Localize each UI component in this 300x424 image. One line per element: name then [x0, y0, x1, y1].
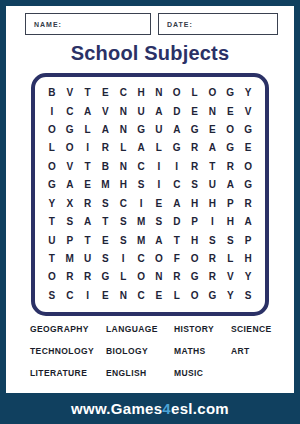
grid-cell-r1c7[interactable]: N: [150, 84, 168, 102]
grid-cell-r3c10[interactable]: E: [204, 121, 222, 139]
grid-cell-r12c4[interactable]: E: [97, 287, 115, 305]
grid-cell-r4c9[interactable]: R: [186, 139, 204, 157]
grid-cell-r7c8[interactable]: A: [168, 194, 186, 212]
grid-cell-r3c11[interactable]: O: [221, 121, 239, 139]
grid-cell-r12c12[interactable]: S: [239, 287, 257, 305]
grid-cell-r4c11[interactable]: G: [221, 139, 239, 157]
word-geography: GEOGRAPHY: [30, 324, 106, 334]
grid-cell-r8c9[interactable]: P: [186, 213, 204, 231]
grid-cell-r9c3[interactable]: T: [79, 231, 97, 249]
word-search-board: BVTECHNOLOGYICAVNUADENEVOGLANGUAGEOGLOIR…: [31, 73, 269, 316]
grid-cell-r4c10[interactable]: A: [204, 139, 222, 157]
word-biology: BIOLOGY: [106, 346, 174, 356]
grid-cell-r12c8[interactable]: L: [168, 287, 186, 305]
grid-cell-r6c6[interactable]: S: [132, 176, 150, 194]
word-bank: GEOGRAPHYLANGUAGEHISTORYSCIENCETECHNOLOG…: [30, 324, 274, 378]
grid-cell-r5c11[interactable]: R: [221, 158, 239, 176]
grid-cell-r5c2[interactable]: V: [61, 158, 79, 176]
grid-cell-r2c9[interactable]: E: [186, 102, 204, 120]
grid-cell-r8c11[interactable]: H: [221, 213, 239, 231]
grid-cell-r1c1[interactable]: B: [43, 84, 61, 102]
grid-cell-r4c3[interactable]: I: [79, 139, 97, 157]
grid-cell-r7c4[interactable]: S: [97, 194, 115, 212]
grid-cell-r4c2[interactable]: O: [61, 139, 79, 157]
grid-cell-r10c9[interactable]: O: [186, 250, 204, 268]
grid-cell-r10c5[interactable]: I: [114, 250, 132, 268]
grid-cell-r7c9[interactable]: H: [186, 194, 204, 212]
grid-cell-r7c2[interactable]: X: [61, 194, 79, 212]
grid-cell-r11c4[interactable]: G: [97, 268, 115, 286]
grid-cell-r3c1[interactable]: O: [43, 121, 61, 139]
grid-cell-r5c9[interactable]: R: [186, 158, 204, 176]
grid-cell-r1c9[interactable]: L: [186, 84, 204, 102]
grid-cell-r11c11[interactable]: V: [221, 268, 239, 286]
header-fields: NAME: DATE:: [25, 13, 278, 35]
grid-cell-r9c10[interactable]: S: [204, 231, 222, 249]
grid-cell-r11c9[interactable]: G: [186, 268, 204, 286]
grid-cell-r8c1[interactable]: T: [43, 213, 61, 231]
grid-cell-r3c7[interactable]: U: [150, 121, 168, 139]
grid-cell-r8c7[interactable]: S: [150, 213, 168, 231]
grid-cell-r12c1[interactable]: S: [43, 287, 61, 305]
grid-cell-r9c9[interactable]: H: [186, 231, 204, 249]
grid-cell-r12c6[interactable]: C: [132, 287, 150, 305]
page-title: School Subjects: [0, 42, 300, 65]
grid-cell-r2c12[interactable]: V: [239, 102, 257, 120]
grid-cell-r6c8[interactable]: C: [168, 176, 186, 194]
word-art: ART: [231, 346, 274, 356]
word-language: LANGUAGE: [106, 324, 174, 334]
grid-cell-r9c6[interactable]: M: [132, 231, 150, 249]
grid-cell-r9c7[interactable]: A: [150, 231, 168, 249]
grid-cell-r9c11[interactable]: S: [221, 231, 239, 249]
grid-cell-r4c8[interactable]: G: [168, 139, 186, 157]
footer-url-suffix: esl.com: [171, 400, 229, 417]
grid-cell-r8c6[interactable]: M: [132, 213, 150, 231]
grid-cell-r5c5[interactable]: N: [114, 158, 132, 176]
grid-cell-r2c8[interactable]: D: [168, 102, 186, 120]
grid-cell-r6c10[interactable]: U: [204, 176, 222, 194]
grid-cell-r1c6[interactable]: H: [132, 84, 150, 102]
grid-cell-r10c2[interactable]: M: [61, 250, 79, 268]
word-technology: TECHNOLOGY: [30, 346, 106, 356]
grid-cell-r1c12[interactable]: Y: [239, 84, 257, 102]
grid-cell-r12c7[interactable]: E: [150, 287, 168, 305]
grid-cell-r11c10[interactable]: R: [204, 268, 222, 286]
grid-cell-r5c1[interactable]: O: [43, 158, 61, 176]
grid-cell-r3c5[interactable]: N: [114, 121, 132, 139]
grid-cell-r8c8[interactable]: D: [168, 213, 186, 231]
grid-cell-r8c2[interactable]: S: [61, 213, 79, 231]
grid-cell-r9c5[interactable]: S: [114, 231, 132, 249]
grid-cell-r2c2[interactable]: C: [61, 102, 79, 120]
grid-cell-r12c5[interactable]: N: [114, 287, 132, 305]
word-science: SCIENCE: [231, 324, 274, 334]
date-field[interactable]: DATE:: [158, 13, 278, 35]
grid-cell-r6c12[interactable]: G: [239, 176, 257, 194]
word-english: ENGLISH: [106, 368, 174, 378]
grid-cell-r4c4[interactable]: R: [97, 139, 115, 157]
grid-cell-r5c8[interactable]: I: [168, 158, 186, 176]
grid-cell-r5c3[interactable]: T: [79, 158, 97, 176]
grid-cell-r10c3[interactable]: U: [79, 250, 97, 268]
grid-cell-r2c3[interactable]: A: [79, 102, 97, 120]
grid-cell-r6c9[interactable]: S: [186, 176, 204, 194]
word-maths: MATHS: [174, 346, 231, 356]
grid-cell-r8c5[interactable]: S: [114, 213, 132, 231]
grid-cell-r7c1[interactable]: Y: [43, 194, 61, 212]
grid-cell-r2c7[interactable]: A: [150, 102, 168, 120]
grid-cell-r2c6[interactable]: U: [132, 102, 150, 120]
word-music: MUSIC: [174, 368, 231, 378]
grid-cell-r2c4[interactable]: V: [97, 102, 115, 120]
grid-cell-r5c7[interactable]: I: [150, 158, 168, 176]
grid-cell-r1c8[interactable]: O: [168, 84, 186, 102]
grid-cell-r12c2[interactable]: C: [61, 287, 79, 305]
grid-cell-r9c2[interactable]: P: [61, 231, 79, 249]
grid-cell-r9c1[interactable]: U: [43, 231, 61, 249]
grid-cell-r1c2[interactable]: V: [61, 84, 79, 102]
grid-cell-r1c5[interactable]: C: [114, 84, 132, 102]
grid-cell-r3c12[interactable]: G: [239, 121, 257, 139]
grid-cell-r3c2[interactable]: G: [61, 121, 79, 139]
grid-cell-r4c7[interactable]: L: [150, 139, 168, 157]
grid-cell-r6c5[interactable]: H: [114, 176, 132, 194]
grid-cell-r5c10[interactable]: T: [204, 158, 222, 176]
grid-cell-r12c9[interactable]: O: [186, 287, 204, 305]
grid-cell-r4c1[interactable]: L: [43, 139, 61, 157]
grid-cell-r1c4[interactable]: E: [97, 84, 115, 102]
grid-cell-r2c5[interactable]: N: [114, 102, 132, 120]
grid-cell-r8c3[interactable]: A: [79, 213, 97, 231]
grid-cell-r12c10[interactable]: G: [204, 287, 222, 305]
grid-cell-r11c2[interactable]: R: [61, 268, 79, 286]
footer-url-prefix: www.Games: [71, 400, 162, 417]
grid-cell-r9c8[interactable]: T: [168, 231, 186, 249]
grid-cell-r4c12[interactable]: E: [239, 139, 257, 157]
grid-cell-r11c6[interactable]: O: [132, 268, 150, 286]
grid-cell-r10c8[interactable]: F: [168, 250, 186, 268]
word-history: HISTORY: [174, 324, 231, 334]
grid-cell-r6c3[interactable]: E: [79, 176, 97, 194]
footer-banner: www.Games4esl.com: [0, 393, 300, 424]
grid-cell-r3c9[interactable]: G: [186, 121, 204, 139]
grid-cell-r7c12[interactable]: R: [239, 194, 257, 212]
grid-cell-r11c1[interactable]: O: [43, 268, 61, 286]
grid-cell-r8c4[interactable]: T: [97, 213, 115, 231]
grid-cell-r8c10[interactable]: I: [204, 213, 222, 231]
grid-cell-r3c3[interactable]: L: [79, 121, 97, 139]
grid-cell-r10c7[interactable]: O: [150, 250, 168, 268]
grid-cell-r7c10[interactable]: H: [204, 194, 222, 212]
grid-cell-r12c3[interactable]: I: [79, 287, 97, 305]
grid-cell-r2c11[interactable]: E: [221, 102, 239, 120]
grid-cell-r7c5[interactable]: C: [114, 194, 132, 212]
footer-url-accent: 4: [162, 400, 171, 417]
grid-cell-r6c2[interactable]: A: [61, 176, 79, 194]
grid-cell-r6c11[interactable]: A: [221, 176, 239, 194]
grid-cell-r5c12[interactable]: O: [239, 158, 257, 176]
grid-cell-r1c10[interactable]: O: [204, 84, 222, 102]
grid-cell-r10c11[interactable]: L: [221, 250, 239, 268]
grid-cell-r10c6[interactable]: C: [132, 250, 150, 268]
grid-cell-r11c3[interactable]: R: [79, 268, 97, 286]
date-label: DATE:: [167, 21, 193, 28]
grid-cell-r9c4[interactable]: E: [97, 231, 115, 249]
grid-cell-r3c4[interactable]: A: [97, 121, 115, 139]
grid-cell-r10c10[interactable]: R: [204, 250, 222, 268]
letter-grid: BVTECHNOLOGYICAVNUADENEVOGLANGUAGEOGLOIR…: [43, 84, 257, 305]
grid-cell-r11c8[interactable]: R: [168, 268, 186, 286]
grid-cell-r10c12[interactable]: H: [239, 250, 257, 268]
grid-cell-r5c6[interactable]: C: [132, 158, 150, 176]
grid-cell-r11c5[interactable]: L: [114, 268, 132, 286]
grid-cell-r8c12[interactable]: A: [239, 213, 257, 231]
grid-cell-r2c10[interactable]: N: [204, 102, 222, 120]
grid-cell-r5c4[interactable]: B: [97, 158, 115, 176]
grid-cell-r1c11[interactable]: G: [221, 84, 239, 102]
name-field[interactable]: NAME:: [25, 13, 151, 35]
grid-cell-r7c6[interactable]: I: [132, 194, 150, 212]
grid-cell-r11c12[interactable]: Y: [239, 268, 257, 286]
grid-cell-r3c8[interactable]: A: [168, 121, 186, 139]
grid-cell-r9c12[interactable]: P: [239, 231, 257, 249]
grid-cell-r7c7[interactable]: E: [150, 194, 168, 212]
grid-cell-r4c5[interactable]: L: [114, 139, 132, 157]
grid-cell-r7c11[interactable]: P: [221, 194, 239, 212]
word-literature: LITERATURE: [30, 368, 106, 378]
grid-cell-r10c4[interactable]: S: [97, 250, 115, 268]
footer-url[interactable]: www.Games4esl.com: [71, 400, 229, 417]
grid-cell-r11c7[interactable]: N: [150, 268, 168, 286]
grid-cell-r7c3[interactable]: R: [79, 194, 97, 212]
name-label: NAME:: [34, 21, 62, 28]
grid-cell-r3c6[interactable]: G: [132, 121, 150, 139]
grid-cell-r4c6[interactable]: A: [132, 139, 150, 157]
grid-cell-r10c1[interactable]: T: [43, 250, 61, 268]
grid-cell-r12c11[interactable]: Y: [221, 287, 239, 305]
grid-cell-r6c1[interactable]: G: [43, 176, 61, 194]
grid-cell-r2c1[interactable]: I: [43, 102, 61, 120]
grid-cell-r6c7[interactable]: I: [150, 176, 168, 194]
grid-cell-r1c3[interactable]: T: [79, 84, 97, 102]
grid-cell-r6c4[interactable]: M: [97, 176, 115, 194]
